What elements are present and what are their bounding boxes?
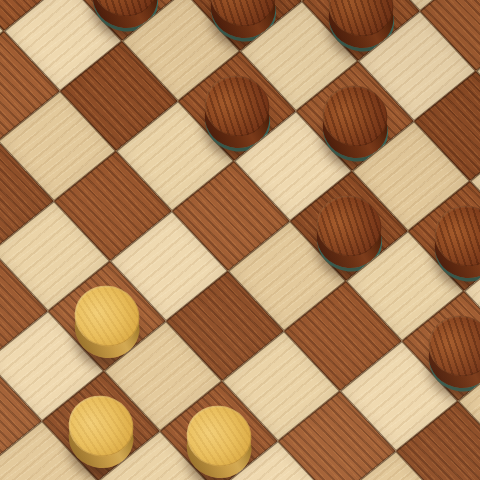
checkers-board — [0, 0, 480, 480]
board-photo — [0, 0, 480, 480]
